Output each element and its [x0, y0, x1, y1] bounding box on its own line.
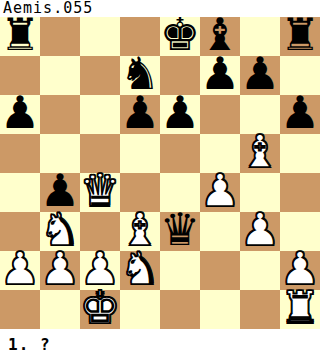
square-h6[interactable]: ♟	[280, 95, 320, 134]
square-c1[interactable]: ♚	[80, 290, 120, 329]
piece-white-queen: ♛	[80, 171, 120, 210]
square-d6[interactable]: ♟	[120, 95, 160, 134]
piece-black-pawn: ♟	[160, 93, 200, 132]
square-g3[interactable]: ♟	[240, 212, 280, 251]
square-e3[interactable]: ♛	[160, 212, 200, 251]
square-a4[interactable]	[0, 173, 40, 212]
square-a5[interactable]	[0, 134, 40, 173]
square-a6[interactable]: ♟	[0, 95, 40, 134]
square-e1[interactable]	[160, 290, 200, 329]
chess-board: ♜♚♝♜♞♟♟♟♟♟♟♝♟♛♟♞♝♛♟♟♟♟♞♟♚♜	[0, 17, 320, 329]
square-g2[interactable]	[240, 251, 280, 290]
square-a1[interactable]	[0, 290, 40, 329]
piece-white-pawn: ♟	[200, 171, 240, 210]
piece-black-pawn: ♟	[200, 54, 240, 93]
square-f6[interactable]	[200, 95, 240, 134]
piece-black-pawn: ♟	[120, 93, 160, 132]
square-g7[interactable]: ♟	[240, 56, 280, 95]
square-f4[interactable]: ♟	[200, 173, 240, 212]
piece-white-rook: ♜	[280, 288, 320, 327]
square-b1[interactable]	[40, 290, 80, 329]
square-c4[interactable]: ♛	[80, 173, 120, 212]
piece-white-knight: ♞	[120, 249, 160, 288]
square-h4[interactable]	[280, 173, 320, 212]
square-g1[interactable]	[240, 290, 280, 329]
piece-white-pawn: ♟	[240, 210, 280, 249]
piece-white-pawn: ♟	[40, 249, 80, 288]
square-f3[interactable]	[200, 212, 240, 251]
piece-black-pawn: ♟	[280, 93, 320, 132]
piece-black-rook: ♜	[280, 15, 320, 54]
square-d2[interactable]: ♞	[120, 251, 160, 290]
square-a8[interactable]: ♜	[0, 17, 40, 56]
square-d5[interactable]	[120, 134, 160, 173]
square-h1[interactable]: ♜	[280, 290, 320, 329]
square-b6[interactable]	[40, 95, 80, 134]
piece-black-pawn: ♟	[0, 93, 40, 132]
square-f2[interactable]	[200, 251, 240, 290]
square-g5[interactable]: ♝	[240, 134, 280, 173]
piece-black-queen: ♛	[160, 210, 200, 249]
piece-white-king: ♚	[80, 288, 120, 327]
square-b2[interactable]: ♟	[40, 251, 80, 290]
square-h5[interactable]	[280, 134, 320, 173]
move-prompt: 1. ?	[0, 329, 320, 360]
square-b7[interactable]	[40, 56, 80, 95]
square-c8[interactable]	[80, 17, 120, 56]
square-e5[interactable]	[160, 134, 200, 173]
square-f1[interactable]	[200, 290, 240, 329]
square-b8[interactable]	[40, 17, 80, 56]
square-c7[interactable]	[80, 56, 120, 95]
square-f7[interactable]: ♟	[200, 56, 240, 95]
square-a2[interactable]: ♟	[0, 251, 40, 290]
piece-black-king: ♚	[160, 15, 200, 54]
square-e8[interactable]: ♚	[160, 17, 200, 56]
square-h8[interactable]: ♜	[280, 17, 320, 56]
square-d1[interactable]	[120, 290, 160, 329]
square-c6[interactable]	[80, 95, 120, 134]
square-e6[interactable]: ♟	[160, 95, 200, 134]
square-e2[interactable]	[160, 251, 200, 290]
piece-white-pawn: ♟	[0, 249, 40, 288]
piece-black-pawn: ♟	[240, 54, 280, 93]
piece-white-bishop: ♝	[240, 132, 280, 171]
piece-black-rook: ♜	[0, 15, 40, 54]
